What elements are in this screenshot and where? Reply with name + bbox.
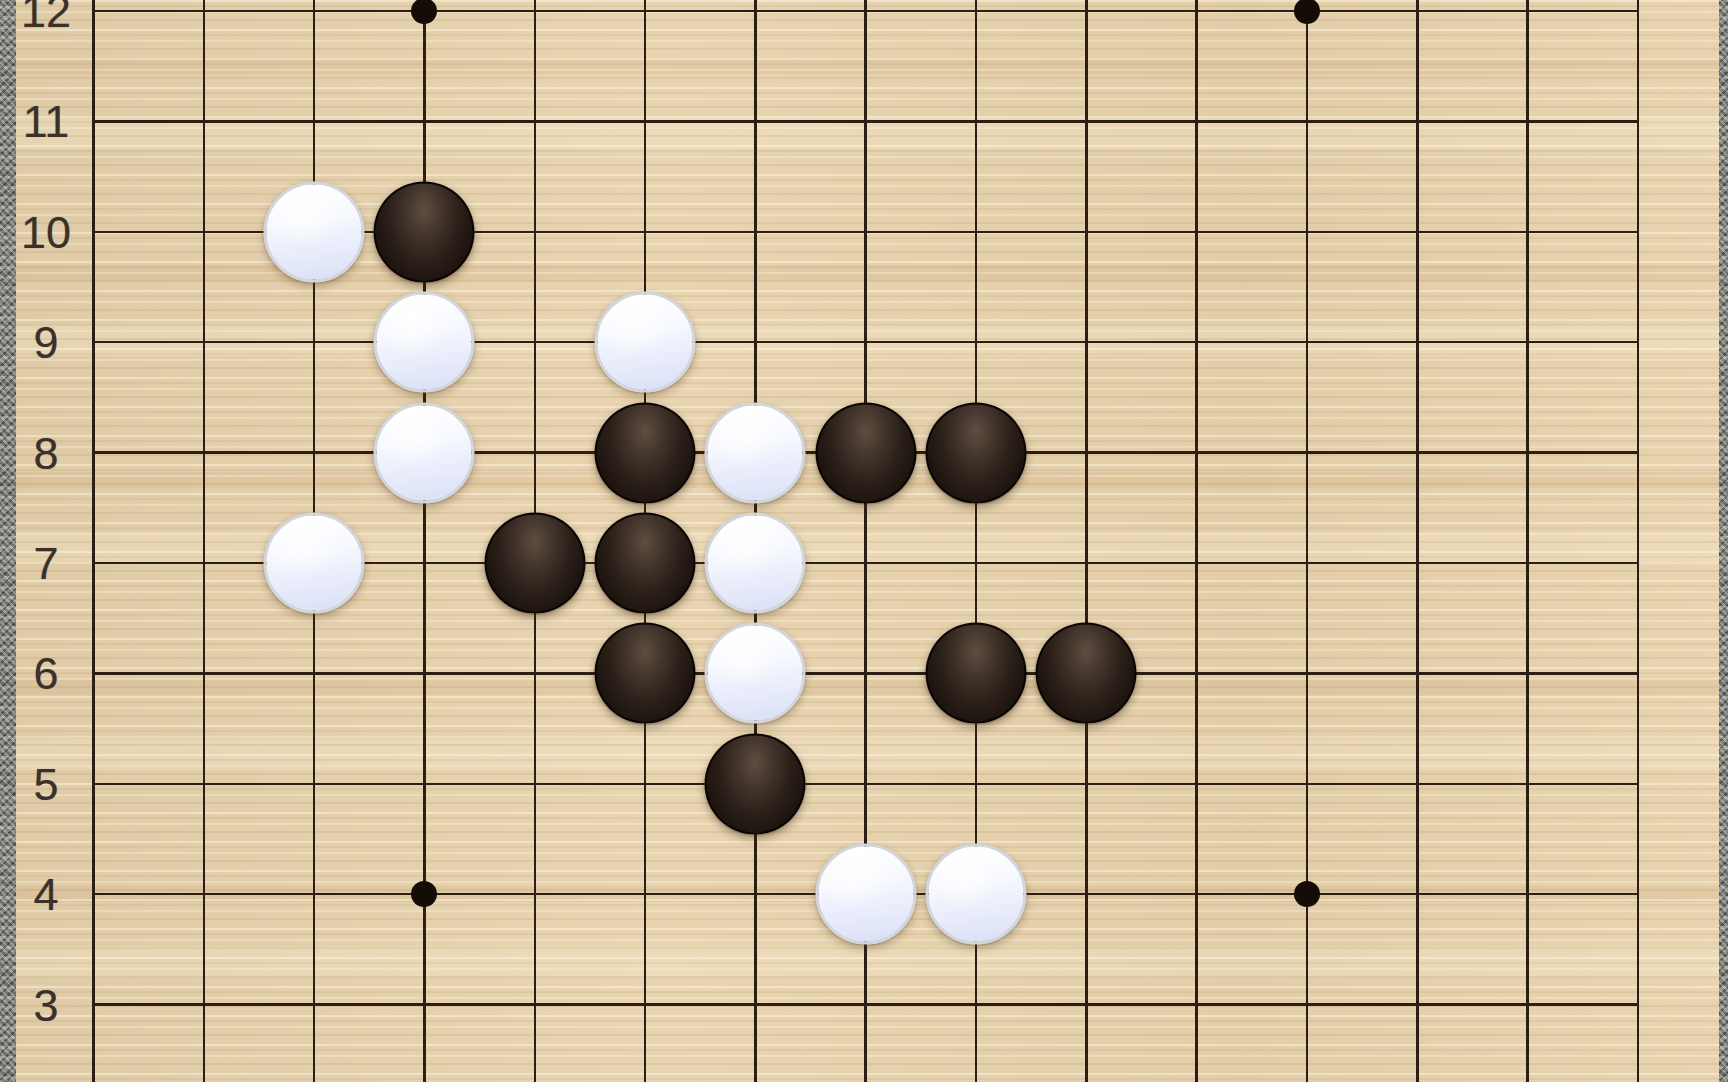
row-label-3: 3 [33, 982, 58, 1027]
grid-line-row-5 [92, 783, 1639, 786]
table-edge-right [1719, 0, 1728, 1082]
go-board[interactable]: 1211109876543 [0, 0, 1728, 1082]
grid-line-row-3 [92, 1003, 1639, 1006]
black-stone-5-7 [484, 513, 585, 614]
star-point-12-12 [1294, 0, 1320, 24]
black-stone-8-8 [815, 402, 916, 503]
star-point-12-4 [1294, 881, 1320, 907]
row-label-11: 11 [23, 99, 70, 144]
grid-line-col-10 [1085, 0, 1088, 1082]
black-stone-9-6 [926, 623, 1027, 724]
grid-line-row-12 [92, 10, 1639, 13]
white-stone-8-4 [815, 844, 916, 945]
row-label-8: 8 [33, 430, 58, 475]
go-app-screen: 1211109876543 [0, 0, 1728, 1082]
white-stone-4-8 [374, 402, 475, 503]
white-stone-4-9 [374, 292, 475, 393]
black-stone-6-8 [595, 402, 696, 503]
grid-line-col-4 [423, 0, 426, 1082]
white-stone-9-4 [926, 844, 1027, 945]
grid-line-col-1 [92, 0, 95, 1082]
grid-line-row-6 [92, 672, 1639, 675]
row-label-7: 7 [33, 541, 58, 586]
white-stone-7-8 [705, 402, 806, 503]
star-point-4-4 [411, 881, 437, 907]
row-label-4: 4 [33, 872, 58, 917]
row-label-10: 10 [21, 209, 71, 254]
white-stone-3-10 [264, 181, 365, 282]
black-stone-9-8 [926, 402, 1027, 503]
black-stone-4-10 [374, 181, 475, 282]
row-label-6: 6 [33, 651, 58, 696]
row-label-9: 9 [33, 320, 58, 365]
black-stone-10-6 [1036, 623, 1137, 724]
white-stone-6-9 [595, 292, 696, 393]
white-stone-3-7 [264, 513, 365, 614]
grid-line-col-2 [203, 0, 206, 1082]
black-stone-6-6 [595, 623, 696, 724]
grid-line-col-14 [1526, 0, 1529, 1082]
white-stone-7-6 [705, 623, 806, 724]
grid-line-row-11 [92, 120, 1639, 123]
grid-line-col-11 [1195, 0, 1198, 1082]
black-stone-7-5 [705, 733, 806, 834]
grid-line-row-9 [92, 341, 1639, 344]
black-stone-6-7 [595, 513, 696, 614]
grid-line-col-15 [1637, 0, 1640, 1082]
grid-line-col-13 [1416, 0, 1419, 1082]
grid-line-col-12 [1306, 0, 1309, 1082]
table-edge-left [0, 0, 16, 1082]
star-point-4-12 [411, 0, 437, 24]
row-label-5: 5 [33, 761, 58, 806]
white-stone-7-7 [705, 513, 806, 614]
row-label-12: 12 [21, 0, 71, 34]
